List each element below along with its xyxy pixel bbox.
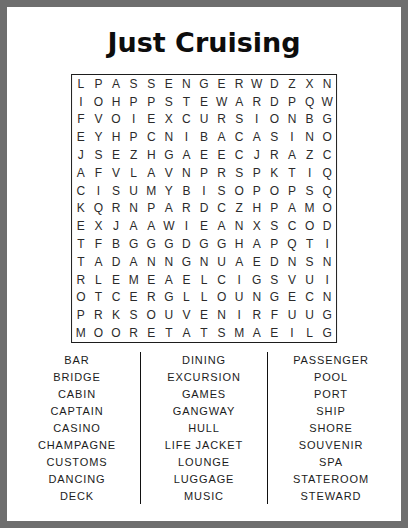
word-item: GANGWAY (173, 403, 236, 420)
grid-cell-r5c7: A (178, 146, 196, 164)
grid-cell-r13c10: U (230, 289, 248, 307)
grid-cell-r1c6: E (160, 75, 178, 93)
grid-cell-r6c13: T (283, 164, 301, 182)
grid-cell-r8c9: C (213, 200, 231, 218)
grid-cell-r9c5: A (142, 217, 160, 235)
grid-cell-r1c3: A (107, 75, 125, 93)
word-item: POOL (314, 369, 348, 386)
grid-cell-r1c7: N (178, 75, 196, 93)
grid-cell-r5c15: C (318, 146, 336, 164)
word-item: LIFE JACKET (165, 437, 243, 454)
grid-cell-r13c7: L (178, 289, 196, 307)
grid-cell-r4c4: P (125, 128, 143, 146)
word-item: GAMES (182, 386, 226, 403)
grid-cell-r13c11: N (248, 289, 266, 307)
grid-cell-r12c6: A (160, 271, 178, 289)
grid-cell-r4c5: C (142, 128, 160, 146)
grid-cell-r2c7: T (178, 93, 196, 111)
word-item: CAPTAIN (50, 403, 103, 420)
grid-cell-r10c4: G (125, 235, 143, 253)
word-item: DECK (60, 488, 94, 505)
grid-cell-r5c2: S (90, 146, 108, 164)
grid-cell-r10c1: T (72, 235, 90, 253)
grid-cell-r14c6: U (160, 306, 178, 324)
grid-cell-r11c6: N (160, 253, 178, 271)
grid-cell-r3c5: E (142, 111, 160, 129)
grid-cell-r9c11: X (248, 217, 266, 235)
grid-cell-r13c6: G (160, 289, 178, 307)
grid-cell-r12c14: U (301, 271, 319, 289)
grid-cell-r13c8: L (195, 289, 213, 307)
grid-cell-r15c1: M (72, 324, 90, 342)
grid-cell-r14c14: U (301, 306, 319, 324)
grid-cell-r1c5: S (142, 75, 160, 93)
grid-cell-r14c8: E (195, 306, 213, 324)
grid-cell-r3c9: R (213, 111, 231, 129)
grid-cell-r12c1: R (72, 271, 90, 289)
grid-cell-r8c10: Z (230, 200, 248, 218)
grid-cell-r3c15: G (318, 111, 336, 129)
grid-cell-r2c15: W (318, 93, 336, 111)
puzzle-title: Just Cruising (7, 27, 401, 58)
grid-cell-r4c11: A (248, 128, 266, 146)
grid-cell-r11c10: A (230, 253, 248, 271)
grid-cell-r12c7: E (178, 271, 196, 289)
grid-cell-r15c6: T (160, 324, 178, 342)
grid-cell-r10c2: F (90, 235, 108, 253)
grid-cell-r3c10: S (230, 111, 248, 129)
grid-cell-r7c10: O (230, 182, 248, 200)
word-item: LOUNGE (178, 454, 230, 471)
grid-cell-r13c15: N (318, 289, 336, 307)
word-item: SHORE (309, 420, 353, 437)
grid-cell-r7c11: P (248, 182, 266, 200)
grid-cell-r14c3: K (107, 306, 125, 324)
grid-cell-r4c2: Y (90, 128, 108, 146)
grid-cell-r11c7: G (178, 253, 196, 271)
grid-cell-r3c3: O (107, 111, 125, 129)
grid-cell-r7c15: Q (318, 182, 336, 200)
word-list-column-2: DININGEXCURSIONGAMESGANGWAYHULLLIFE JACK… (140, 352, 267, 504)
grid-cell-r5c13: A (283, 146, 301, 164)
grid-cell-r13c3: C (107, 289, 125, 307)
grid-cell-r14c5: O (142, 306, 160, 324)
grid-cell-r12c4: M (125, 271, 143, 289)
grid-cell-r12c5: E (142, 271, 160, 289)
grid-cell-r8c15: O (318, 200, 336, 218)
grid-cell-r8c3: R (107, 200, 125, 218)
grid-cell-r9c6: W (160, 217, 178, 235)
grid-cell-r3c1: F (72, 111, 90, 129)
grid-cell-r8c12: P (266, 200, 284, 218)
grid-cell-r15c13: I (283, 324, 301, 342)
grid-cell-r6c4: L (125, 164, 143, 182)
grid-cell-r11c15: N (318, 253, 336, 271)
grid-cell-r14c12: F (266, 306, 284, 324)
grid-cell-r9c15: D (318, 217, 336, 235)
grid-cell-r5c14: Z (301, 146, 319, 164)
grid-cell-r3c8: U (195, 111, 213, 129)
grid-cell-r10c9: G (213, 235, 231, 253)
grid-cell-r3c13: N (283, 111, 301, 129)
grid-cell-r8c6: A (160, 200, 178, 218)
grid-cell-r13c2: T (90, 289, 108, 307)
grid-cell-r7c7: B (178, 182, 196, 200)
grid-cell-r14c1: P (72, 306, 90, 324)
grid-cell-r14c10: I (230, 306, 248, 324)
grid-cell-r12c10: I (230, 271, 248, 289)
grid-cell-r11c4: A (125, 253, 143, 271)
grid-cell-r6c9: R (213, 164, 231, 182)
grid-cell-r15c3: O (107, 324, 125, 342)
grid-cell-r2c8: E (195, 93, 213, 111)
word-item: BRIDGE (53, 369, 101, 386)
grid-cell-r12c15: I (318, 271, 336, 289)
grid-cell-r7c5: M (142, 182, 160, 200)
grid-cell-r4c15: O (318, 128, 336, 146)
grid-cell-r11c13: N (283, 253, 301, 271)
grid-cell-r15c2: O (90, 324, 108, 342)
grid-cell-r15c7: A (178, 324, 196, 342)
grid-cell-r6c7: N (178, 164, 196, 182)
grid-cell-r4c6: N (160, 128, 178, 146)
grid-cell-r8c8: D (195, 200, 213, 218)
grid-cell-r3c6: X (160, 111, 178, 129)
grid-cell-r4c7: I (178, 128, 196, 146)
grid-cell-r6c15: Q (318, 164, 336, 182)
grid-cell-r5c9: E (213, 146, 231, 164)
word-item: BAR (64, 352, 89, 369)
grid-cell-r13c13: E (283, 289, 301, 307)
grid-cell-r10c7: D (178, 235, 196, 253)
grid-cell-r2c11: R (248, 93, 266, 111)
grid-cell-r11c11: E (248, 253, 266, 271)
word-item: LUGGAGE (174, 471, 235, 488)
grid-cell-r15c5: E (142, 324, 160, 342)
grid-cell-r7c8: I (195, 182, 213, 200)
grid-cell-r5c5: H (142, 146, 160, 164)
grid-cell-r9c14: O (301, 217, 319, 235)
grid-cell-r6c3: V (107, 164, 125, 182)
grid-cell-r12c11: G (248, 271, 266, 289)
grid-cell-r2c6: S (160, 93, 178, 111)
grid-cell-r15c8: T (195, 324, 213, 342)
grid-cell-r12c3: E (107, 271, 125, 289)
grid-cell-r4c1: E (72, 128, 90, 146)
grid-cell-r8c14: M (301, 200, 319, 218)
grid-cell-r15c4: R (125, 324, 143, 342)
word-item: STATEROOM (293, 471, 369, 488)
grid-cell-r11c12: D (266, 253, 284, 271)
grid-cell-r8c13: A (283, 200, 301, 218)
word-item: HULL (188, 420, 220, 437)
grid-cell-r10c15: I (318, 235, 336, 253)
grid-cell-r8c11: H (248, 200, 266, 218)
grid-cell-r9c2: X (90, 217, 108, 235)
grid-cell-r11c9: U (213, 253, 231, 271)
grid-cell-r14c13: U (283, 306, 301, 324)
grid-cell-r15c10: M (230, 324, 248, 342)
word-list-column-1: BARBRIDGECABINCAPTAINCASINOCHAMPAGNECUST… (14, 352, 140, 504)
grid-cell-r2c4: P (125, 93, 143, 111)
grid-cell-r4c8: B (195, 128, 213, 146)
grid-cell-r5c6: G (160, 146, 178, 164)
grid-cell-r14c9: N (213, 306, 231, 324)
word-item: SPA (319, 454, 343, 471)
grid-cell-r12c13: V (283, 271, 301, 289)
grid-cell-r6c8: P (195, 164, 213, 182)
grid-cell-r13c12: G (266, 289, 284, 307)
grid-cell-r6c6: V (160, 164, 178, 182)
grid-cell-r12c2: L (90, 271, 108, 289)
grid-cell-r10c10: H (230, 235, 248, 253)
grid-cell-r9c4: A (125, 217, 143, 235)
word-item: STEWARD (301, 488, 362, 505)
grid-cell-r2c13: P (283, 93, 301, 111)
grid-cell-r5c10: C (230, 146, 248, 164)
grid-cell-r6c1: A (72, 164, 90, 182)
grid-cell-r4c12: S (266, 128, 284, 146)
grid-cell-r4c10: C (230, 128, 248, 146)
grid-cell-r7c3: S (107, 182, 125, 200)
worksheet-page: Just Cruising LPASSENGERWDZXNIOHPPSTEWAR… (0, 0, 408, 528)
grid-cell-r9c10: N (230, 217, 248, 235)
word-item: DANCING (48, 471, 105, 488)
grid-cell-r11c8: N (195, 253, 213, 271)
grid-cell-r11c14: S (301, 253, 319, 271)
grid-cell-r9c12: S (266, 217, 284, 235)
grid-cell-r10c8: G (195, 235, 213, 253)
grid-cell-r7c2: I (90, 182, 108, 200)
word-list: BARBRIDGECABINCAPTAINCASINOCHAMPAGNECUST… (14, 352, 394, 504)
grid-cell-r5c3: E (107, 146, 125, 164)
grid-cell-r4c3: H (107, 128, 125, 146)
grid-cell-r8c1: K (72, 200, 90, 218)
grid-cell-r9c3: J (107, 217, 125, 235)
word-item: CABIN (58, 386, 96, 403)
grid-cell-r3c12: O (266, 111, 284, 129)
grid-cell-r1c10: R (230, 75, 248, 93)
grid-cell-r15c11: A (248, 324, 266, 342)
grid-cell-r3c14: B (301, 111, 319, 129)
grid-cell-r6c14: I (301, 164, 319, 182)
grid-cell-r7c13: P (283, 182, 301, 200)
grid-cell-r1c12: D (266, 75, 284, 93)
grid-cell-r14c11: R (248, 306, 266, 324)
grid-cell-r3c2: V (90, 111, 108, 129)
grid-cell-r14c4: S (125, 306, 143, 324)
grid-cell-r5c4: Z (125, 146, 143, 164)
grid-cell-r1c9: E (213, 75, 231, 93)
grid-cell-r4c9: A (213, 128, 231, 146)
grid-cell-r10c5: G (142, 235, 160, 253)
grid-cell-r1c13: Z (283, 75, 301, 93)
grid-cell-r9c1: E (72, 217, 90, 235)
grid-cell-r1c8: G (195, 75, 213, 93)
grid-cell-r2c1: I (72, 93, 90, 111)
grid-cell-r6c10: S (230, 164, 248, 182)
grid-cell-r9c8: E (195, 217, 213, 235)
grid-cell-r5c11: J (248, 146, 266, 164)
word-item: SHIP (316, 403, 345, 420)
grid-cell-r10c14: T (301, 235, 319, 253)
grid-cell-r2c12: D (266, 93, 284, 111)
grid-cell-r2c14: Q (301, 93, 319, 111)
grid-cell-r9c7: I (178, 217, 196, 235)
word-item: SOUVENIR (299, 437, 364, 454)
grid-cell-r13c1: O (72, 289, 90, 307)
grid-cell-r10c6: G (160, 235, 178, 253)
grid-cell-r1c11: W (248, 75, 266, 93)
word-list-column-3: PASSENGERPOOLPORTSHIPSHORESOUVENIRSPASTA… (267, 352, 394, 504)
grid-cell-r1c14: X (301, 75, 319, 93)
grid-cell-r11c5: N (142, 253, 160, 271)
grid-cell-r1c4: S (125, 75, 143, 93)
grid-cell-r3c11: I (248, 111, 266, 129)
grid-cell-r14c7: V (178, 306, 196, 324)
grid-cell-r7c9: S (213, 182, 231, 200)
grid-cell-r10c13: Q (283, 235, 301, 253)
grid-cell-r15c12: E (266, 324, 284, 342)
grid-cell-r1c2: P (90, 75, 108, 93)
grid-cell-r11c3: D (107, 253, 125, 271)
grid-cell-r12c12: S (266, 271, 284, 289)
grid-cell-r14c2: R (90, 306, 108, 324)
grid-cell-r2c9: W (213, 93, 231, 111)
grid-cell-r1c15: N (318, 75, 336, 93)
grid-cell-r2c5: P (142, 93, 160, 111)
grid-cell-r5c8: E (195, 146, 213, 164)
grid-cell-r10c11: A (248, 235, 266, 253)
grid-cell-r15c15: G (318, 324, 336, 342)
word-item: CHAMPAGNE (38, 437, 116, 454)
grid-cell-r6c11: P (248, 164, 266, 182)
grid-cell-r13c9: O (213, 289, 231, 307)
grid-cell-r15c9: S (213, 324, 231, 342)
grid-cell-r2c3: H (107, 93, 125, 111)
grid-cell-r5c12: R (266, 146, 284, 164)
grid-cell-r5c1: J (72, 146, 90, 164)
word-item: CUSTOMS (46, 454, 107, 471)
grid-cell-r2c10: A (230, 93, 248, 111)
grid-cell-r8c7: R (178, 200, 196, 218)
word-item: PORT (314, 386, 348, 403)
word-item: PASSENGER (293, 352, 369, 369)
grid-cell-r1c1: L (72, 75, 90, 93)
grid-cell-r6c12: K (266, 164, 284, 182)
word-item: CASINO (53, 420, 101, 437)
grid-cell-r6c5: A (142, 164, 160, 182)
grid-cell-r3c7: C (178, 111, 196, 129)
grid-cell-r12c8: L (195, 271, 213, 289)
grid-cell-r13c5: R (142, 289, 160, 307)
grid-cell-r4c14: N (301, 128, 319, 146)
grid-cell-r7c6: Y (160, 182, 178, 200)
word-item: MUSIC (184, 488, 224, 505)
grid-cell-r4c13: I (283, 128, 301, 146)
grid-cell-r14c15: G (318, 306, 336, 324)
grid-cell-r7c14: S (301, 182, 319, 200)
grid-cell-r7c4: U (125, 182, 143, 200)
grid-cell-r13c14: C (301, 289, 319, 307)
grid-cell-r9c13: C (283, 217, 301, 235)
grid-cell-r13c4: E (125, 289, 143, 307)
grid-cell-r8c5: P (142, 200, 160, 218)
grid-cell-r9c9: A (213, 217, 231, 235)
grid-cell-r7c12: O (266, 182, 284, 200)
grid-cell-r11c2: A (90, 253, 108, 271)
grid-cell-r8c2: Q (90, 200, 108, 218)
grid-cell-r12c9: C (213, 271, 231, 289)
grid-cell-r8c4: N (125, 200, 143, 218)
grid-cell-r6c2: F (90, 164, 108, 182)
grid-cell-r10c3: B (107, 235, 125, 253)
grid-cell-r11c1: T (72, 253, 90, 271)
grid-cell-r3c4: I (125, 111, 143, 129)
grid-cell-r15c14: L (301, 324, 319, 342)
grid-cell-r10c12: P (266, 235, 284, 253)
grid-cell-r2c2: O (90, 93, 108, 111)
grid-cell-r7c1: C (72, 182, 90, 200)
word-item: EXCURSION (167, 369, 241, 386)
word-item: DINING (182, 352, 226, 369)
word-search-grid: LPASSENGERWDZXNIOHPPSTEWARDPQWFVOIEXCURS… (71, 74, 337, 343)
